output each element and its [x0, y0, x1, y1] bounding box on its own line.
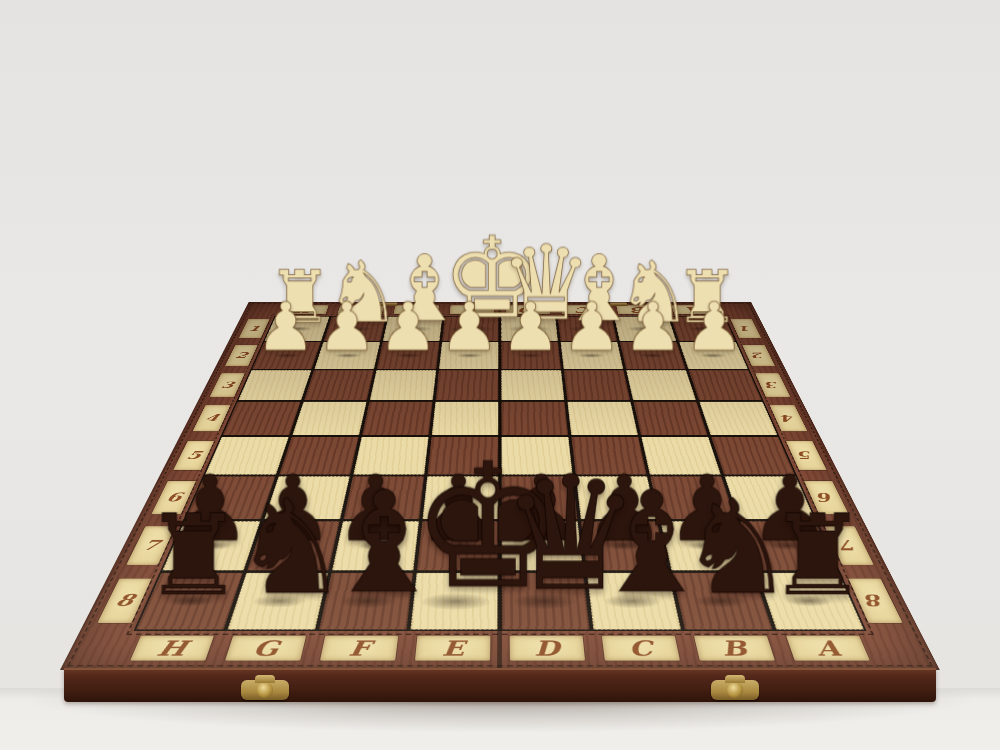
board-face: 11HH22GG33FF44EE55DD66CC77BB88AA — [60, 302, 940, 670]
square-e2[interactable] — [439, 342, 499, 369]
file-label-bottom-E: E — [415, 636, 490, 661]
box-front-edge — [64, 668, 936, 702]
square-d3[interactable] — [501, 370, 564, 400]
file-label-bottom-B: B — [694, 636, 775, 661]
brass-hinge-left — [380, 303, 398, 306]
square-a1[interactable] — [671, 317, 736, 341]
square-d8[interactable] — [502, 573, 590, 630]
square-h1[interactable] — [265, 317, 330, 341]
square-g8[interactable] — [227, 573, 328, 630]
square-f2[interactable] — [377, 342, 440, 369]
square-g4[interactable] — [292, 402, 366, 436]
chess-board: 11HH22GG33FF44EE55DD66CC77BB88AA ♜♞♝♚♛♝♞… — [60, 302, 940, 670]
brass-hinge-right — [610, 303, 628, 306]
file-label-bottom-D: D — [510, 636, 585, 661]
brass-clasp-right — [711, 680, 759, 700]
square-c6[interactable] — [576, 476, 657, 519]
square-c5[interactable] — [571, 437, 646, 475]
file-label-top-D: D — [506, 305, 551, 314]
square-b3[interactable] — [626, 370, 696, 400]
square-b1[interactable] — [614, 317, 676, 341]
file-label-top-G: G — [337, 305, 384, 314]
square-c7[interactable] — [581, 521, 668, 570]
square-b2[interactable] — [620, 342, 686, 369]
square-f3[interactable] — [370, 370, 437, 400]
square-f7[interactable] — [332, 521, 419, 570]
square-a2[interactable] — [679, 342, 748, 369]
square-c2[interactable] — [561, 342, 624, 369]
square-d6[interactable] — [502, 476, 578, 519]
square-f4[interactable] — [362, 402, 433, 436]
square-b4[interactable] — [633, 402, 707, 436]
square-g6[interactable] — [264, 476, 350, 519]
file-label-top-A: A — [671, 305, 719, 314]
fold-seam — [497, 302, 502, 670]
square-g7[interactable] — [247, 521, 339, 570]
square-c3[interactable] — [564, 370, 631, 400]
square-e6[interactable] — [423, 476, 499, 519]
square-c1[interactable] — [558, 317, 617, 341]
square-e7[interactable] — [417, 521, 498, 570]
rank-label-right-2: 2 — [742, 345, 775, 366]
square-d7[interactable] — [502, 521, 583, 570]
square-f6[interactable] — [343, 476, 424, 519]
square-e3[interactable] — [436, 370, 499, 400]
brass-clasp-left — [241, 680, 289, 700]
square-a3[interactable] — [689, 370, 762, 400]
square-d4[interactable] — [501, 402, 568, 436]
board-perspective-wrap: 11HH22GG33FF44EE55DD66CC77BB88AA ♜♞♝♚♛♝♞… — [60, 130, 940, 670]
file-label-top-F: F — [393, 305, 439, 314]
square-g5[interactable] — [279, 437, 359, 475]
file-label-bottom-C: C — [602, 636, 680, 661]
square-h2[interactable] — [252, 342, 321, 369]
square-h3[interactable] — [238, 370, 311, 400]
square-d2[interactable] — [501, 342, 561, 369]
square-c4[interactable] — [567, 402, 638, 436]
chess-set-photo: 11HH22GG33FF44EE55DD66CC77BB88AA ♜♞♝♚♛♝♞… — [0, 0, 1000, 750]
file-label-top-H: H — [281, 305, 329, 314]
file-label-bottom-G: G — [225, 636, 306, 661]
square-g1[interactable] — [324, 317, 386, 341]
square-f5[interactable] — [353, 437, 428, 475]
square-d5[interactable] — [501, 437, 572, 475]
square-e4[interactable] — [432, 402, 499, 436]
square-g2[interactable] — [314, 342, 380, 369]
square-c8[interactable] — [587, 573, 681, 630]
square-h4[interactable] — [223, 402, 301, 436]
file-label-bottom-F: F — [320, 636, 398, 661]
file-label-bottom-H: H — [130, 636, 214, 661]
square-f1[interactable] — [383, 317, 442, 341]
file-label-top-B: B — [616, 305, 663, 314]
square-e5[interactable] — [427, 437, 498, 475]
square-b7[interactable] — [660, 521, 752, 570]
square-d1[interactable] — [501, 317, 558, 341]
square-e1[interactable] — [442, 317, 499, 341]
square-g3[interactable] — [304, 370, 374, 400]
square-b6[interactable] — [650, 476, 736, 519]
square-f8[interactable] — [319, 573, 413, 630]
square-b5[interactable] — [641, 437, 721, 475]
file-label-bottom-A: A — [786, 636, 870, 661]
file-label-top-C: C — [561, 305, 607, 314]
square-e8[interactable] — [410, 573, 498, 630]
file-label-top-E: E — [450, 305, 495, 314]
